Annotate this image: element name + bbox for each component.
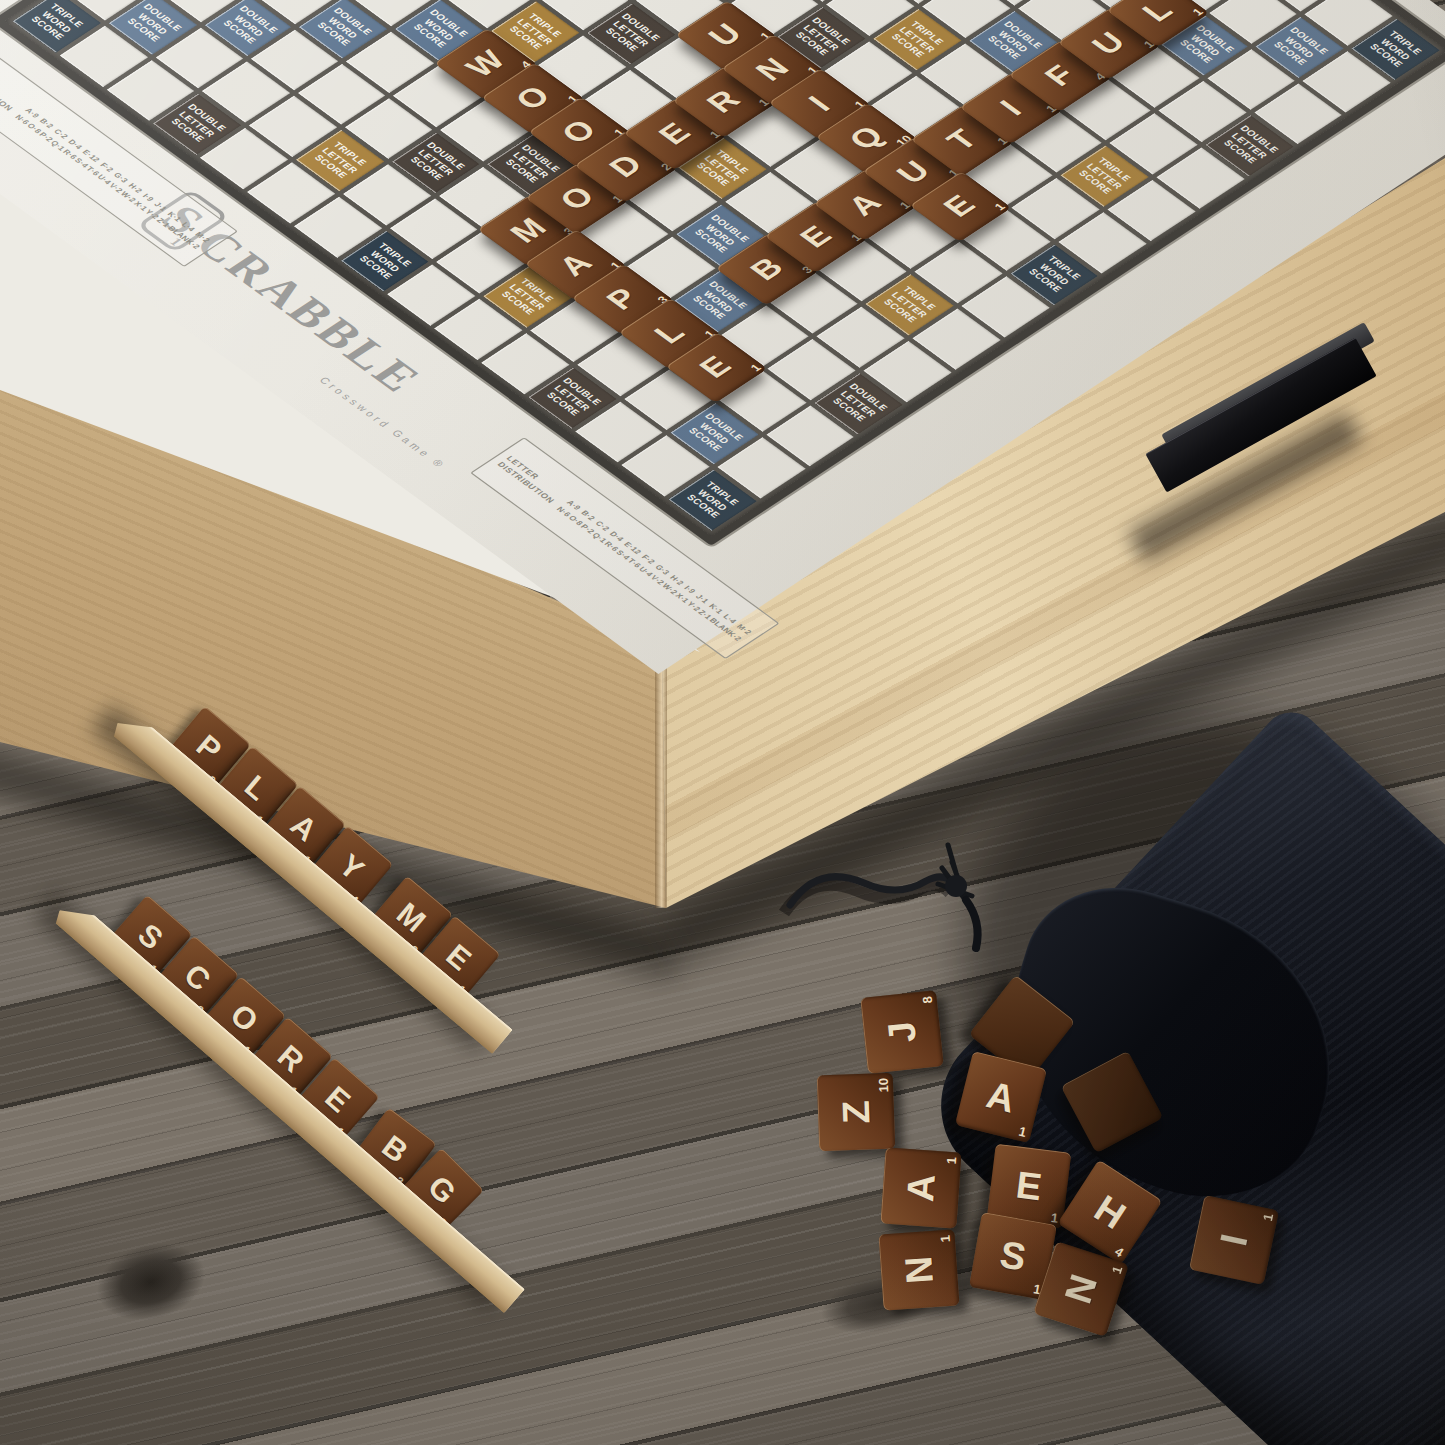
- loose-tile-J: J8: [860, 990, 944, 1074]
- loose-tile-I: I1: [1189, 1195, 1279, 1285]
- letter-distribution-title: LETTERDISTRIBUTION: [0, 62, 26, 114]
- cabinet-corner-seam: [655, 646, 667, 908]
- loose-tile-A: A1: [880, 1147, 961, 1228]
- loose-tile-Z: Z10: [817, 1073, 896, 1152]
- product-photo-scrabble-deluxe: TRIPLEWORDSCOREDOUBLELETTERSCORETRIPLEWO…: [0, 0, 1445, 1445]
- letter-distribution-title: LETTERDISTRIBUTION: [494, 454, 567, 506]
- loose-tile-N: N1: [878, 1229, 959, 1310]
